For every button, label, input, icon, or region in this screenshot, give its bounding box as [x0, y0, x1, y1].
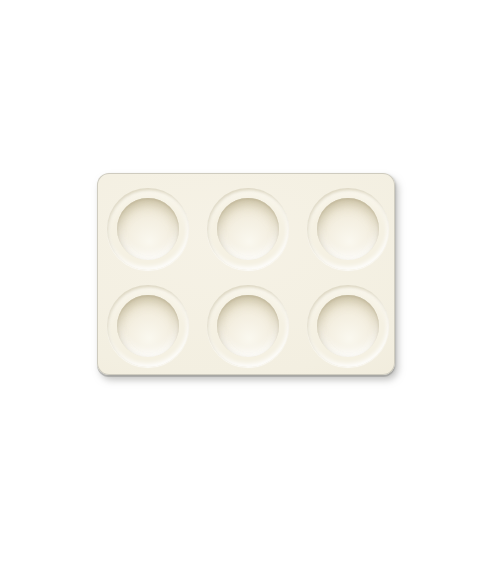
pit-r1c1[interactable]	[107, 188, 189, 270]
mancala-board-tray	[97, 173, 395, 375]
pit-r2c3[interactable]	[307, 285, 389, 367]
pit-r1c3-bowl	[317, 198, 379, 260]
pit-r1c1-bowl	[117, 198, 179, 260]
pit-r1c3[interactable]	[307, 188, 389, 270]
pit-r1c2-bowl	[217, 198, 279, 260]
pit-r2c2[interactable]	[207, 285, 289, 367]
pit-r2c1-bowl	[117, 295, 179, 357]
photo-canvas	[0, 0, 500, 583]
pit-grid	[107, 188, 389, 367]
pit-r2c3-bowl	[317, 295, 379, 357]
pit-r2c1[interactable]	[107, 285, 189, 367]
pit-r2c2-bowl	[217, 295, 279, 357]
pit-r1c2[interactable]	[207, 188, 289, 270]
